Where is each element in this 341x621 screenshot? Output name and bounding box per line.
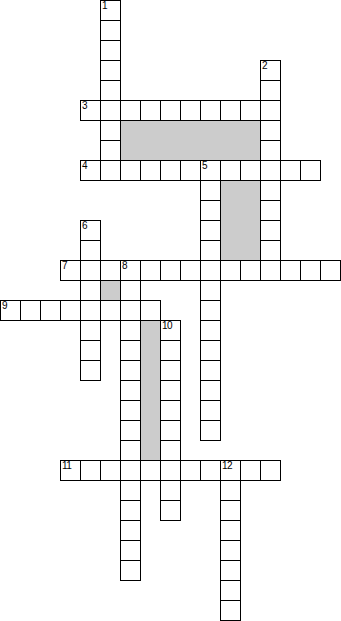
grid-cell[interactable] [120, 480, 141, 501]
grid-cell[interactable] [260, 220, 281, 241]
grid-cell[interactable] [260, 460, 281, 481]
grid-cell[interactable]: 1 [100, 0, 121, 21]
grid-cell[interactable] [160, 400, 181, 421]
grid-cell[interactable] [220, 560, 241, 581]
grid-cell[interactable] [180, 160, 201, 181]
grid-cell[interactable] [120, 460, 141, 481]
grid-cell[interactable] [100, 300, 121, 321]
grid-cell[interactable] [120, 320, 141, 341]
grid-cell[interactable] [180, 100, 201, 121]
grid-cell[interactable] [200, 180, 221, 201]
grid-cell[interactable]: 4 [80, 160, 101, 181]
grid-cell[interactable] [100, 120, 121, 141]
grid-cell[interactable] [220, 500, 241, 521]
grid-cell[interactable] [100, 80, 121, 101]
grid-cell[interactable]: 7 [60, 260, 81, 281]
clue-number: 3 [82, 101, 87, 111]
crossword-board: 123456789101112 [0, 0, 341, 621]
grid-cell[interactable] [240, 100, 261, 121]
grid-cell[interactable] [120, 160, 141, 181]
grid-cell[interactable] [140, 160, 161, 181]
grid-cell[interactable] [80, 300, 101, 321]
grid-cell[interactable] [200, 280, 221, 301]
clue-number: 10 [162, 321, 172, 331]
grid-cell[interactable] [200, 360, 221, 381]
grid-cell[interactable] [120, 400, 141, 421]
grid-cell[interactable] [160, 460, 181, 481]
grid-cell[interactable] [120, 100, 141, 121]
blocked-region [140, 320, 161, 461]
grid-cell[interactable] [200, 240, 221, 261]
grid-cell[interactable] [80, 240, 101, 261]
grid-cell[interactable] [100, 140, 121, 161]
grid-cell[interactable] [200, 400, 221, 421]
grid-cell[interactable] [200, 200, 221, 221]
clue-number: 12 [222, 461, 232, 471]
clue-number: 7 [62, 261, 67, 271]
clue-number: 5 [202, 161, 207, 171]
grid-cell[interactable] [160, 440, 181, 461]
grid-cell[interactable] [200, 460, 221, 481]
grid-cell[interactable] [20, 300, 41, 321]
grid-cell[interactable] [220, 480, 241, 501]
grid-cell[interactable]: 8 [120, 260, 141, 281]
blocked-region [120, 120, 261, 161]
grid-cell[interactable]: 10 [160, 320, 181, 341]
grid-cell[interactable] [140, 260, 161, 281]
grid-cell[interactable] [80, 320, 101, 341]
clue-number: 9 [2, 301, 7, 311]
grid-cell[interactable] [260, 120, 281, 141]
grid-cell[interactable]: 2 [260, 60, 281, 81]
grid-cell[interactable] [120, 540, 141, 561]
grid-cell[interactable] [240, 260, 261, 281]
grid-cell[interactable] [260, 200, 281, 221]
grid-cell[interactable] [100, 100, 121, 121]
grid-cell[interactable] [220, 600, 241, 621]
grid-cell[interactable] [220, 100, 241, 121]
grid-cell[interactable] [60, 300, 81, 321]
grid-cell[interactable] [220, 520, 241, 541]
grid-cell[interactable] [200, 420, 221, 441]
grid-cell[interactable] [100, 40, 121, 61]
grid-cell[interactable] [160, 480, 181, 501]
grid-cell[interactable] [260, 100, 281, 121]
grid-cell[interactable] [160, 260, 181, 281]
grid-cell[interactable] [120, 300, 141, 321]
grid-cell[interactable] [260, 180, 281, 201]
grid-cell[interactable] [120, 560, 141, 581]
grid-cell[interactable] [200, 320, 221, 341]
grid-cell[interactable] [120, 280, 141, 301]
grid-cell[interactable] [120, 340, 141, 361]
grid-cell[interactable] [220, 260, 241, 281]
grid-cell[interactable] [120, 420, 141, 441]
blocked-region [100, 280, 121, 301]
grid-cell[interactable] [260, 160, 281, 181]
grid-cell[interactable]: 11 [60, 460, 81, 481]
clue-number: 11 [62, 461, 71, 471]
grid-cell[interactable] [220, 540, 241, 561]
grid-cell[interactable] [260, 80, 281, 101]
grid-cell[interactable] [260, 140, 281, 161]
clue-number: 6 [82, 221, 87, 231]
grid-cell[interactable] [260, 260, 281, 281]
grid-cell[interactable] [120, 360, 141, 381]
grid-cell[interactable] [140, 300, 161, 321]
grid-cell[interactable] [200, 340, 221, 361]
grid-cell[interactable] [120, 500, 141, 521]
grid-cell[interactable] [280, 260, 301, 281]
grid-cell[interactable] [120, 440, 141, 461]
grid-cell[interactable] [180, 460, 201, 481]
grid-cell[interactable] [120, 380, 141, 401]
clue-number: 8 [122, 261, 127, 271]
grid-cell[interactable] [160, 420, 181, 441]
grid-cell[interactable] [100, 260, 121, 281]
grid-cell[interactable] [220, 580, 241, 601]
grid-cell[interactable] [200, 220, 221, 241]
grid-cell[interactable] [140, 100, 161, 121]
grid-cell[interactable] [100, 20, 121, 41]
grid-cell[interactable] [80, 360, 101, 381]
grid-cell[interactable] [320, 260, 341, 281]
grid-cell[interactable] [160, 360, 181, 381]
grid-cell[interactable] [100, 460, 121, 481]
grid-cell[interactable] [280, 160, 301, 181]
grid-cell[interactable] [120, 520, 141, 541]
clue-number: 2 [262, 61, 267, 71]
grid-cell[interactable] [220, 160, 241, 181]
grid-cell[interactable] [100, 60, 121, 81]
grid-cell[interactable] [180, 260, 201, 281]
clue-number: 4 [82, 161, 87, 171]
grid-cell[interactable] [240, 160, 261, 181]
grid-cell[interactable] [140, 460, 161, 481]
grid-cell[interactable] [200, 260, 221, 281]
grid-cell[interactable] [80, 260, 101, 281]
clue-number: 1 [102, 1, 107, 11]
grid-cell[interactable] [160, 500, 181, 521]
grid-cell[interactable]: 12 [220, 460, 241, 481]
grid-cell[interactable] [260, 240, 281, 261]
grid-cell[interactable] [40, 300, 61, 321]
grid-cell[interactable] [200, 300, 221, 321]
grid-cell[interactable] [160, 380, 181, 401]
blocked-region [220, 180, 261, 261]
grid-cell[interactable] [160, 340, 181, 361]
grid-cell[interactable]: 9 [0, 300, 21, 321]
grid-cell[interactable] [80, 340, 101, 361]
grid-cell[interactable] [160, 160, 181, 181]
grid-cell[interactable]: 6 [80, 220, 101, 241]
grid-cell[interactable]: 5 [200, 160, 221, 181]
grid-cell[interactable] [200, 100, 221, 121]
grid-cell[interactable] [300, 260, 321, 281]
grid-cell[interactable] [80, 460, 101, 481]
grid-cell[interactable] [100, 160, 121, 181]
grid-cell[interactable] [200, 380, 221, 401]
grid-cell[interactable]: 3 [80, 100, 101, 121]
grid-cell[interactable] [160, 100, 181, 121]
grid-cell[interactable] [240, 460, 261, 481]
grid-cell[interactable] [80, 280, 101, 301]
grid-cell[interactable] [300, 160, 321, 181]
